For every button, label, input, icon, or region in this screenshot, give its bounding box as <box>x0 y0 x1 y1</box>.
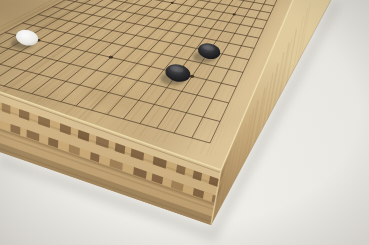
scene-canvas <box>0 0 369 245</box>
go-board-photo-scene <box>0 0 369 245</box>
vignette <box>0 0 369 245</box>
